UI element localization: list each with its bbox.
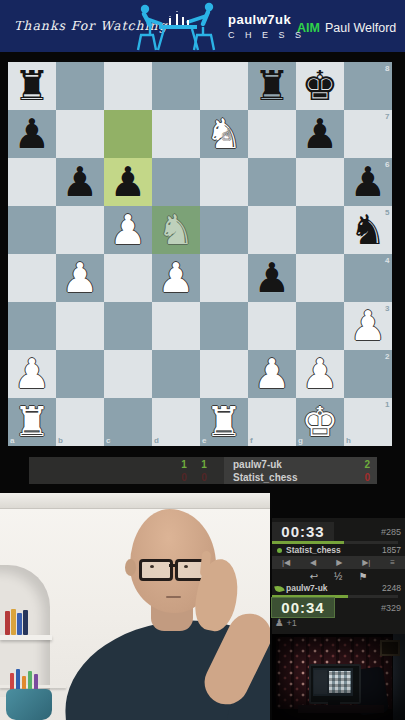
patron-wing-icon	[274, 584, 285, 593]
opponent-name[interactable]: Statist_chess	[286, 545, 341, 556]
first-move-button[interactable]: |◀	[282, 556, 290, 569]
brand-lockup: paulw7uk C H E S S	[228, 12, 305, 40]
move-navigation: |◀ ◀ ▶ ▶| ≡	[272, 556, 405, 569]
material-advantage: ♟ +1	[275, 617, 297, 628]
black-pawn[interactable]: ♟	[296, 110, 344, 158]
square-a4[interactable]	[8, 254, 56, 302]
chess-board[interactable]: ♜♜♚♟♟♟♟♟♟♞♞♟♟♟♟♟♟♟♜♜♚abcdefgh87654321♞☝	[8, 62, 392, 446]
white-pawn[interactable]: ♟	[152, 254, 200, 302]
square-d3[interactable]	[152, 302, 200, 350]
opponent-row: Statist_chess 1857	[272, 545, 405, 556]
square-a5[interactable]	[8, 206, 56, 254]
square-f8[interactable]: ♜	[248, 62, 296, 110]
opponent-time-bar	[272, 541, 398, 544]
alcove-shelf	[0, 635, 52, 640]
stream-frame: Thanks For Watching	[0, 0, 405, 720]
square-f1[interactable]	[248, 398, 296, 446]
dragged-white-knight[interactable]: ♞☝	[200, 110, 248, 158]
square-b4[interactable]: ♟	[56, 254, 104, 302]
square-e2[interactable]	[200, 350, 248, 398]
square-d1[interactable]	[152, 398, 200, 446]
square-e6[interactable]	[200, 158, 248, 206]
rank-label-8: 8	[385, 64, 389, 73]
file-label-e: e	[202, 436, 206, 445]
next-move-button[interactable]: ▶	[336, 556, 342, 569]
opponent-rating: 1857	[382, 545, 401, 556]
black-pawn[interactable]: ♟	[104, 158, 152, 206]
square-d2[interactable]	[152, 350, 200, 398]
white-pawn[interactable]: ♟	[248, 350, 296, 398]
player-name[interactable]: paulw7-uk	[286, 583, 328, 594]
file-label-a: a	[10, 436, 14, 445]
game-actions: ↩ ½ ⚑	[272, 570, 405, 583]
square-d6[interactable]	[152, 158, 200, 206]
top-banner: Thanks For Watching	[0, 0, 405, 52]
square-d7[interactable]	[152, 110, 200, 158]
streamer-name: Paul Welford	[325, 21, 396, 35]
takeback-button[interactable]: ↩	[310, 570, 318, 583]
last-move-button[interactable]: ▶|	[362, 556, 370, 569]
square-f7[interactable]	[248, 110, 296, 158]
square-c2[interactable]	[104, 350, 152, 398]
file-label-f: f	[250, 436, 253, 445]
person-ear	[125, 559, 136, 576]
rank-label-2: 2	[385, 352, 389, 361]
square-d4[interactable]: ♟	[152, 254, 200, 302]
player-counter: #329	[381, 603, 401, 613]
white-rook[interactable]: ♜	[200, 398, 248, 446]
square-b3[interactable]	[56, 302, 104, 350]
brand-name: paulw7uk	[228, 12, 305, 27]
resign-flag-button[interactable]: ⚑	[358, 570, 367, 583]
square-g6[interactable]	[296, 158, 344, 206]
square-b2[interactable]	[56, 350, 104, 398]
score-player-name: Statist_chess	[233, 471, 297, 484]
black-pawn[interactable]: ♟	[8, 110, 56, 158]
player-clock-active: 00:34	[272, 598, 334, 617]
square-f5[interactable]	[248, 206, 296, 254]
menu-button[interactable]: ≡	[390, 556, 395, 569]
square-c8[interactable]	[104, 62, 152, 110]
person-eye	[150, 565, 154, 568]
square-g5[interactable]	[296, 206, 344, 254]
person-mouth	[166, 596, 181, 598]
square-b6[interactable]: ♟	[56, 158, 104, 206]
pen-cup	[6, 689, 52, 720]
square-d5[interactable]: ♞	[152, 206, 200, 254]
square-c3[interactable]	[104, 302, 152, 350]
black-pawn[interactable]: ♟	[248, 254, 296, 302]
white-pawn[interactable]: ♟	[296, 350, 344, 398]
pen-cup-pens	[10, 669, 38, 691]
previous-move-button[interactable]: ◀	[310, 556, 316, 569]
square-b8[interactable]	[56, 62, 104, 110]
online-dot-icon	[277, 548, 282, 553]
match-score-strip: 11 00 paulw7-uk 2 Statist_chess 0	[29, 457, 377, 484]
square-b1[interactable]	[56, 398, 104, 446]
square-a8[interactable]: ♜	[8, 62, 56, 110]
black-king[interactable]: ♚	[296, 62, 344, 110]
file-label-c: c	[106, 436, 110, 445]
white-pawn[interactable]: ♟	[104, 206, 152, 254]
white-pawn[interactable]: ♟	[56, 254, 104, 302]
square-c5[interactable]: ♟	[104, 206, 152, 254]
aim-title-badge: AIM	[297, 21, 320, 35]
square-e8[interactable]	[200, 62, 248, 110]
square-g4[interactable]	[296, 254, 344, 302]
draw-offer-button[interactable]: ½	[334, 570, 342, 583]
glasses-bridge	[169, 564, 176, 567]
captured-pawn-icon: ♟	[275, 617, 284, 628]
white-king[interactable]: ♚	[296, 398, 344, 446]
square-c6[interactable]: ♟	[104, 158, 152, 206]
white-pawn[interactable]: ♟	[8, 350, 56, 398]
hand-cursor-icon: ☝	[222, 126, 231, 144]
white-rook[interactable]: ♜	[8, 398, 56, 446]
file-label-g: g	[298, 436, 303, 445]
shelf-books	[5, 607, 28, 635]
square-e1[interactable]: ♜	[200, 398, 248, 446]
game-points-row-white: 11	[174, 458, 214, 471]
rank-label-1: 1	[385, 400, 389, 409]
file-label-d: d	[154, 436, 159, 445]
rank-label-5: 5	[385, 208, 389, 217]
brand-subtitle: C H E S S	[228, 30, 305, 40]
rank-label-3: 3	[385, 304, 389, 313]
square-a6[interactable]	[8, 158, 56, 206]
square-c1[interactable]	[104, 398, 152, 446]
score-player-name: paulw7-uk	[233, 458, 282, 471]
glasses-left-lens	[139, 559, 173, 581]
square-e3[interactable]	[200, 302, 248, 350]
rank-label-4: 4	[385, 256, 389, 265]
square-g3[interactable]	[296, 302, 344, 350]
rank-label-7: 7	[385, 112, 389, 121]
square-c7[interactable]	[104, 110, 152, 158]
square-f3[interactable]	[248, 302, 296, 350]
square-b5[interactable]	[56, 206, 104, 254]
game-clock-panel: 00:33 #285 Statist_chess 1857 |◀ ◀ ▶ ▶| …	[272, 518, 405, 634]
room-camera-view	[272, 634, 405, 720]
square-c4[interactable]	[104, 254, 152, 302]
square-b7[interactable]	[56, 110, 104, 158]
square-g7[interactable]: ♟	[296, 110, 344, 158]
rank-label-6: 6	[385, 160, 389, 169]
chess-players-logo-icon	[130, 2, 226, 52]
white-knight-ghost[interactable]: ♞	[152, 206, 200, 254]
score-total: 2	[364, 458, 370, 471]
square-f2[interactable]: ♟	[248, 350, 296, 398]
streamer-title: AIMPaul Welford	[297, 21, 396, 35]
file-label-h: h	[346, 436, 351, 445]
square-f4[interactable]: ♟	[248, 254, 296, 302]
square-a3[interactable]	[8, 302, 56, 350]
ceiling-cornice	[0, 493, 270, 509]
square-g1[interactable]: ♚	[296, 398, 344, 446]
black-rook[interactable]: ♜	[248, 62, 296, 110]
player-rating: 2248	[382, 583, 401, 594]
opponent-clock: 00:33	[272, 522, 334, 541]
black-pawn[interactable]: ♟	[56, 158, 104, 206]
streamer-webcam	[0, 493, 270, 720]
square-d8[interactable]	[152, 62, 200, 110]
square-a7[interactable]: ♟	[8, 110, 56, 158]
square-g8[interactable]: ♚	[296, 62, 344, 110]
square-g2[interactable]: ♟	[296, 350, 344, 398]
square-a2[interactable]: ♟	[8, 350, 56, 398]
photo-vignette	[272, 634, 405, 720]
score-total: 0	[364, 471, 370, 484]
person-eye	[184, 565, 188, 568]
game-points-row-black: 00	[174, 471, 214, 484]
player-row: paulw7-uk 2248	[272, 583, 405, 594]
square-a1[interactable]: ♜	[8, 398, 56, 446]
match-totals-table: paulw7-uk 2 Statist_chess 0	[224, 457, 377, 484]
square-e4[interactable]	[200, 254, 248, 302]
square-e5[interactable]	[200, 206, 248, 254]
game-points-table: 11 00	[29, 457, 224, 484]
file-label-b: b	[58, 436, 63, 445]
square-f6[interactable]	[248, 158, 296, 206]
material-count: +1	[286, 618, 296, 628]
black-rook[interactable]: ♜	[8, 62, 56, 110]
opponent-counter: #285	[381, 527, 401, 537]
